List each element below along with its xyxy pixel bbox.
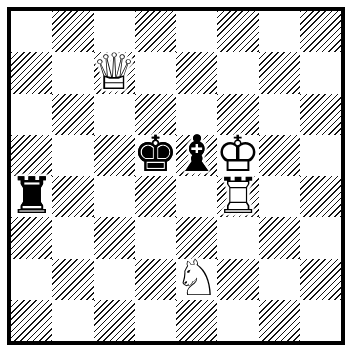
square-b6[interactable]: [52, 94, 93, 135]
square-c4[interactable]: [94, 176, 135, 217]
square-b8[interactable]: [52, 11, 93, 52]
piece-black-king-d5[interactable]: ♚♚: [135, 135, 176, 176]
square-b5[interactable]: [52, 135, 93, 176]
square-f1[interactable]: [217, 300, 258, 341]
square-a6[interactable]: [11, 94, 52, 135]
black-rook-outline-glyph: ♜: [9, 170, 54, 220]
square-e2[interactable]: ♞♘: [176, 259, 217, 300]
square-f8[interactable]: [217, 11, 258, 52]
square-d1[interactable]: [135, 300, 176, 341]
square-f2[interactable]: [217, 259, 258, 300]
square-g6[interactable]: [259, 94, 300, 135]
piece-white-queen-c7[interactable]: ♛♕: [94, 52, 135, 93]
white-queen-outline-glyph: ♕: [92, 46, 137, 96]
white-knight-outline-glyph: ♘: [174, 253, 219, 303]
square-g3[interactable]: [259, 217, 300, 258]
square-a1[interactable]: [11, 300, 52, 341]
piece-black-rook-a4[interactable]: ♜♜: [11, 176, 52, 217]
square-b3[interactable]: [52, 217, 93, 258]
square-h7[interactable]: [300, 52, 341, 93]
square-g4[interactable]: [259, 176, 300, 217]
square-a8[interactable]: [11, 11, 52, 52]
piece-white-rook-f4[interactable]: ♜♖: [217, 176, 258, 217]
square-c1[interactable]: [94, 300, 135, 341]
square-f4[interactable]: ♜♖: [217, 176, 258, 217]
page: { "game": "chess", "diagram_style": { "p…: [0, 0, 350, 350]
square-e8[interactable]: [176, 11, 217, 52]
square-h5[interactable]: [300, 135, 341, 176]
square-h2[interactable]: [300, 259, 341, 300]
square-h6[interactable]: [300, 94, 341, 135]
square-c7[interactable]: ♛♕: [94, 52, 135, 93]
black-king-outline-glyph: ♚: [133, 129, 178, 179]
square-g8[interactable]: [259, 11, 300, 52]
white-rook-outline-glyph: ♖: [215, 170, 260, 220]
square-g1[interactable]: [259, 300, 300, 341]
square-f7[interactable]: [217, 52, 258, 93]
square-c2[interactable]: [94, 259, 135, 300]
square-h3[interactable]: [300, 217, 341, 258]
piece-black-bishop-e5[interactable]: ♝♝: [176, 135, 217, 176]
square-d3[interactable]: [135, 217, 176, 258]
square-g2[interactable]: [259, 259, 300, 300]
square-g5[interactable]: [259, 135, 300, 176]
square-d7[interactable]: [135, 52, 176, 93]
chess-board: ♛♕♚♚♝♝♚♔♜♜♜♖♞♘: [7, 7, 345, 345]
piece-white-knight-e2[interactable]: ♞♘: [176, 259, 217, 300]
square-h8[interactable]: [300, 11, 341, 52]
square-e7[interactable]: [176, 52, 217, 93]
square-a4[interactable]: ♜♜: [11, 176, 52, 217]
square-b4[interactable]: [52, 176, 93, 217]
square-h1[interactable]: [300, 300, 341, 341]
square-c5[interactable]: [94, 135, 135, 176]
square-a2[interactable]: [11, 259, 52, 300]
square-b7[interactable]: [52, 52, 93, 93]
square-a7[interactable]: [11, 52, 52, 93]
square-d5[interactable]: ♚♚: [135, 135, 176, 176]
square-d2[interactable]: [135, 259, 176, 300]
black-bishop-outline-glyph: ♝: [174, 129, 219, 179]
square-h4[interactable]: [300, 176, 341, 217]
square-e5[interactable]: ♝♝: [176, 135, 217, 176]
square-b1[interactable]: [52, 300, 93, 341]
square-c3[interactable]: [94, 217, 135, 258]
square-g7[interactable]: [259, 52, 300, 93]
square-d8[interactable]: [135, 11, 176, 52]
square-b2[interactable]: [52, 259, 93, 300]
